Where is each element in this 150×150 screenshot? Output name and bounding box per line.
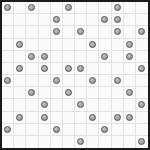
board-cell[interactable]	[51, 14, 63, 26]
board-cell[interactable]	[14, 99, 26, 111]
board-cell[interactable]	[26, 39, 38, 51]
board-cell[interactable]	[87, 39, 99, 51]
board-cell[interactable]	[87, 99, 99, 111]
board-cell[interactable]	[39, 26, 51, 38]
board-cell[interactable]	[39, 112, 51, 124]
board-cell[interactable]	[75, 112, 87, 124]
gray-pearl-icon	[138, 65, 145, 72]
board-cell[interactable]	[99, 112, 111, 124]
board-cell[interactable]	[26, 112, 38, 124]
gray-pearl-icon	[126, 89, 133, 96]
gray-pearl-icon	[114, 4, 121, 11]
board-cell[interactable]	[87, 87, 99, 99]
gray-pearl-icon	[41, 114, 48, 121]
board-cell[interactable]	[75, 87, 87, 99]
board-cell[interactable]	[39, 2, 51, 14]
board-cell[interactable]	[124, 63, 136, 75]
board-cell[interactable]	[112, 136, 124, 148]
board-cell[interactable]	[136, 124, 148, 136]
board-cell[interactable]	[26, 99, 38, 111]
board-cell[interactable]	[14, 14, 26, 26]
board-cell[interactable]	[87, 112, 99, 124]
board-cell[interactable]	[39, 39, 51, 51]
board-cell[interactable]	[26, 136, 38, 148]
board-cell[interactable]	[87, 26, 99, 38]
board-cell[interactable]	[63, 99, 75, 111]
gray-pearl-icon	[53, 126, 60, 133]
board-cell[interactable]	[112, 75, 124, 87]
board-cell[interactable]	[99, 87, 111, 99]
board-cell[interactable]	[63, 112, 75, 124]
board-cell[interactable]	[14, 75, 26, 87]
board-cell[interactable]	[136, 75, 148, 87]
board-cell[interactable]	[26, 2, 38, 14]
board-cell[interactable]	[39, 136, 51, 148]
board-cell[interactable]	[39, 75, 51, 87]
board-cell[interactable]	[124, 14, 136, 26]
board-cell[interactable]	[39, 99, 51, 111]
board-cell[interactable]	[75, 63, 87, 75]
board-cell[interactable]	[99, 63, 111, 75]
board-cell[interactable]	[2, 26, 14, 38]
gray-pearl-icon	[89, 41, 96, 48]
board-cell[interactable]	[39, 51, 51, 63]
gray-pearl-icon	[77, 65, 84, 72]
gray-pearl-icon	[89, 77, 96, 84]
gray-pearl-icon	[101, 126, 108, 133]
gray-pearl-icon	[77, 138, 84, 145]
board-cell[interactable]	[75, 124, 87, 136]
board-cell[interactable]	[124, 87, 136, 99]
board-cell[interactable]	[51, 136, 63, 148]
board-cell[interactable]	[14, 51, 26, 63]
board-cell[interactable]	[51, 75, 63, 87]
board-cell[interactable]	[51, 2, 63, 14]
board-cell[interactable]	[39, 14, 51, 26]
board-cell[interactable]	[75, 14, 87, 26]
board-cell[interactable]	[87, 63, 99, 75]
board-cell[interactable]	[26, 63, 38, 75]
board-cell[interactable]	[75, 136, 87, 148]
board-cell[interactable]	[124, 2, 136, 14]
board-cell[interactable]	[2, 99, 14, 111]
board-cell[interactable]	[99, 99, 111, 111]
board-cell[interactable]	[124, 51, 136, 63]
gray-pearl-icon	[114, 77, 121, 84]
board-cell[interactable]	[39, 124, 51, 136]
gray-pearl-icon	[114, 28, 121, 35]
puzzle-board	[0, 0, 150, 150]
board-cell[interactable]	[26, 87, 38, 99]
gray-pearl-icon	[41, 53, 48, 60]
gray-pearl-icon	[53, 77, 60, 84]
board-cell[interactable]	[112, 63, 124, 75]
gray-pearl-icon	[41, 65, 48, 72]
board-cell[interactable]	[136, 2, 148, 14]
gray-pearl-icon	[65, 4, 72, 11]
gray-pearl-icon	[65, 89, 72, 96]
board-cell[interactable]	[26, 14, 38, 26]
gray-pearl-icon	[114, 16, 121, 23]
board-cell[interactable]	[136, 63, 148, 75]
board-cell[interactable]	[14, 63, 26, 75]
board-cell[interactable]	[63, 136, 75, 148]
board-cell[interactable]	[87, 75, 99, 87]
gray-pearl-icon	[101, 16, 108, 23]
board-cell[interactable]	[63, 26, 75, 38]
board-cell[interactable]	[136, 112, 148, 124]
board-cell[interactable]	[14, 112, 26, 124]
board-cell[interactable]	[112, 14, 124, 26]
board-cell[interactable]	[99, 39, 111, 51]
board-cell[interactable]	[51, 99, 63, 111]
gray-pearl-icon	[16, 114, 23, 121]
board-cell[interactable]	[2, 87, 14, 99]
board-cell[interactable]	[75, 26, 87, 38]
board-cell[interactable]	[51, 87, 63, 99]
board-cell[interactable]	[51, 63, 63, 75]
gray-pearl-icon	[138, 138, 145, 145]
board-cell[interactable]	[51, 26, 63, 38]
gray-pearl-icon	[77, 101, 84, 108]
board-cell[interactable]	[14, 124, 26, 136]
board-cell[interactable]	[87, 51, 99, 63]
board-cell[interactable]	[26, 124, 38, 136]
board-cell[interactable]	[2, 124, 14, 136]
board-cell[interactable]	[63, 87, 75, 99]
board-cell[interactable]	[112, 87, 124, 99]
board-cell[interactable]	[112, 2, 124, 14]
board-cell[interactable]	[87, 124, 99, 136]
board-cell[interactable]	[2, 39, 14, 51]
board-cell[interactable]	[14, 2, 26, 14]
gray-pearl-icon	[65, 65, 72, 72]
gray-pearl-icon	[28, 4, 35, 11]
gray-pearl-icon	[126, 41, 133, 48]
board-cell[interactable]	[51, 51, 63, 63]
gray-pearl-icon	[138, 28, 145, 35]
board-cell[interactable]	[124, 26, 136, 38]
gray-pearl-icon	[4, 126, 11, 133]
board-cell[interactable]	[99, 75, 111, 87]
board-cell[interactable]	[2, 63, 14, 75]
board-cell[interactable]	[112, 112, 124, 124]
gray-pearl-icon	[16, 65, 23, 72]
board-cell[interactable]	[39, 87, 51, 99]
board-cell[interactable]	[75, 99, 87, 111]
board-cell[interactable]	[99, 124, 111, 136]
board-cell[interactable]	[124, 39, 136, 51]
gray-pearl-icon	[16, 41, 23, 48]
board-cell[interactable]	[99, 14, 111, 26]
board-cell[interactable]	[124, 124, 136, 136]
board-cell[interactable]	[75, 39, 87, 51]
gray-pearl-icon	[53, 28, 60, 35]
board-cell[interactable]	[2, 2, 14, 14]
gray-pearl-icon	[77, 28, 84, 35]
gray-pearl-icon	[4, 77, 11, 84]
board-cell[interactable]	[63, 2, 75, 14]
board-cell[interactable]	[63, 124, 75, 136]
board-cell[interactable]	[99, 136, 111, 148]
board-cell[interactable]	[2, 136, 14, 148]
board-cell[interactable]	[63, 75, 75, 87]
board-cell[interactable]	[14, 39, 26, 51]
board-cell[interactable]	[112, 51, 124, 63]
board-cell[interactable]	[112, 26, 124, 38]
board-cell[interactable]	[136, 87, 148, 99]
board-cell[interactable]	[26, 51, 38, 63]
gray-pearl-icon	[126, 53, 133, 60]
board-cell[interactable]	[51, 124, 63, 136]
board-cell[interactable]	[136, 26, 148, 38]
board-cell[interactable]	[136, 136, 148, 148]
board-cell[interactable]	[75, 2, 87, 14]
board-cell[interactable]	[51, 112, 63, 124]
board-cell[interactable]	[99, 51, 111, 63]
gray-pearl-icon	[4, 4, 11, 11]
board-cell[interactable]	[124, 136, 136, 148]
board-cell[interactable]	[75, 75, 87, 87]
board-cell[interactable]	[112, 39, 124, 51]
board-cell[interactable]	[14, 87, 26, 99]
board-cell[interactable]	[136, 39, 148, 51]
board-cell[interactable]	[14, 136, 26, 148]
board-cell[interactable]	[87, 14, 99, 26]
board-cell[interactable]	[112, 99, 124, 111]
board-cell[interactable]	[124, 99, 136, 111]
board-cell[interactable]	[99, 26, 111, 38]
board-cell[interactable]	[2, 51, 14, 63]
board-cell[interactable]	[75, 51, 87, 63]
gray-pearl-icon	[114, 114, 121, 121]
gray-pearl-icon	[41, 101, 48, 108]
board-cell[interactable]	[2, 75, 14, 87]
board-cell[interactable]	[136, 14, 148, 26]
gray-pearl-icon	[138, 101, 145, 108]
board-cell[interactable]	[136, 99, 148, 111]
board-cell[interactable]	[63, 63, 75, 75]
board-cell[interactable]	[99, 2, 111, 14]
gray-pearl-icon	[89, 114, 96, 121]
board-cell[interactable]	[124, 112, 136, 124]
gray-pearl-icon	[28, 53, 35, 60]
board-cell[interactable]	[124, 75, 136, 87]
board-cell[interactable]	[2, 112, 14, 124]
board-cell[interactable]	[51, 39, 63, 51]
board-cell[interactable]	[87, 2, 99, 14]
board-cell[interactable]	[63, 14, 75, 26]
board-cell[interactable]	[26, 75, 38, 87]
board-cell[interactable]	[136, 51, 148, 63]
gray-pearl-icon	[53, 16, 60, 23]
board-cell[interactable]	[14, 26, 26, 38]
gray-pearl-icon	[126, 114, 133, 121]
board-cell[interactable]	[63, 39, 75, 51]
board-cell[interactable]	[39, 63, 51, 75]
gray-pearl-icon	[101, 53, 108, 60]
board-cell[interactable]	[63, 51, 75, 63]
board-cell[interactable]	[26, 26, 38, 38]
puzzle-stage	[0, 0, 150, 150]
board-cell[interactable]	[112, 124, 124, 136]
board-cell[interactable]	[87, 136, 99, 148]
board-cell[interactable]	[2, 14, 14, 26]
gray-pearl-icon	[28, 89, 35, 96]
